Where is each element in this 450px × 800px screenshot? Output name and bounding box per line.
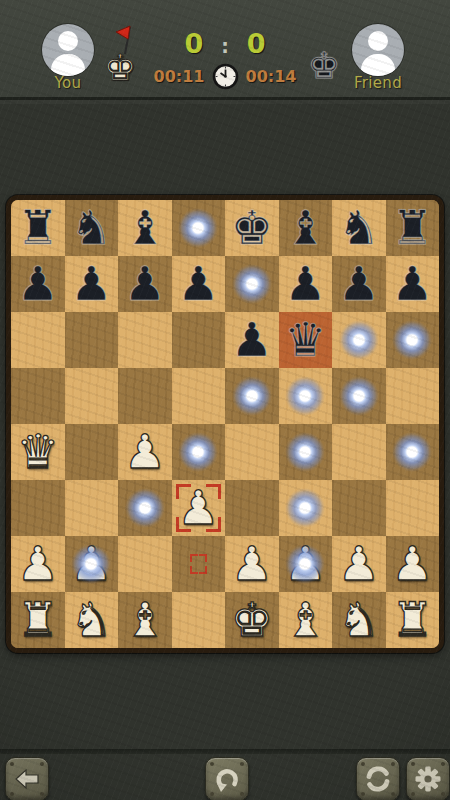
piece-wb-f1[interactable]: ♝ [279,592,333,648]
square-g2[interactable]: ♟ [332,536,386,592]
piece-wr-h1[interactable]: ♜ [386,592,440,648]
move-hint-glow[interactable] [232,376,272,416]
square-g3[interactable] [332,480,386,536]
avatar[interactable] [352,24,404,76]
square-a6[interactable] [11,312,65,368]
square-g6[interactable] [332,312,386,368]
square-b4[interactable] [65,424,119,480]
square-f4[interactable] [279,424,333,480]
square-b6[interactable] [65,312,119,368]
last-move-to-marker [176,484,222,532]
timers: 00:11 00:14 [145,61,305,91]
avatar-shoulders [361,54,395,76]
square-h3[interactable] [386,480,440,536]
piece-bq-f6[interactable]: ♛ [279,312,333,368]
square-e5[interactable] [225,368,279,424]
move-hint-glow[interactable] [285,432,325,472]
piece-bp-f7[interactable]: ♟ [279,256,333,312]
square-g1[interactable]: ♞ [332,592,386,648]
timer-you: 00:11 [154,67,205,86]
square-g8[interactable]: ♞ [332,200,386,256]
piece-wp-g2[interactable]: ♟ [332,536,386,592]
square-b8[interactable]: ♞ [65,200,119,256]
square-a7[interactable]: ♟ [11,256,65,312]
square-f2[interactable]: ♟ [279,536,333,592]
back-arrow-icon [13,765,41,793]
score: 0 : 0 [145,28,305,59]
undo-button[interactable] [205,757,249,800]
square-e1[interactable]: ♚ [225,592,279,648]
piece-wp-a2[interactable]: ♟ [11,536,65,592]
square-g5[interactable] [332,368,386,424]
player-name-friend: Friend [338,74,418,92]
square-c5[interactable] [118,368,172,424]
move-hint-glow[interactable] [339,376,379,416]
square-a1[interactable]: ♜ [11,592,65,648]
square-d2[interactable] [172,536,226,592]
square-c6[interactable] [118,312,172,368]
piece-bp-g7[interactable]: ♟ [332,256,386,312]
square-a8[interactable]: ♜ [11,200,65,256]
move-hint-glow[interactable] [178,432,218,472]
rotate-icon [364,765,392,793]
square-a2[interactable]: ♟ [11,536,65,592]
square-f3[interactable] [279,480,333,536]
piece-br-h8[interactable]: ♜ [386,200,440,256]
avatar-head [368,31,388,51]
piece-wp-c4[interactable]: ♟ [118,424,172,480]
black-king-icon: ♚ [308,48,340,84]
square-d6[interactable] [172,312,226,368]
square-d4[interactable] [172,424,226,480]
square-f5[interactable] [279,368,333,424]
square-d5[interactable] [172,368,226,424]
board-grid: ♜♞♝♚♝♞♜♟♟♟♟♟♟♟♟♛♛♟♟♟♟♟♟♟♟♜♞♝♚♝♞♜ [11,200,439,648]
square-c7[interactable]: ♟ [118,256,172,312]
square-c3[interactable] [118,480,172,536]
piece-bp-d7[interactable]: ♟ [172,256,226,312]
piece-br-a8[interactable]: ♜ [11,200,65,256]
capture-hint-glow[interactable] [285,544,325,584]
avatar-head [58,31,78,51]
square-a3[interactable] [11,480,65,536]
square-c2[interactable] [118,536,172,592]
square-h2[interactable]: ♟ [386,536,440,592]
piece-wq-a4[interactable]: ♛ [11,424,65,480]
square-f6[interactable]: ♛ [279,312,333,368]
piece-bp-c7[interactable]: ♟ [118,256,172,312]
undo-arrow-icon [213,765,241,793]
last-move-from-marker [190,554,208,574]
square-e2[interactable]: ♟ [225,536,279,592]
square-d8[interactable] [172,200,226,256]
square-h5[interactable] [386,368,440,424]
square-b2[interactable]: ♟ [65,536,119,592]
square-e8[interactable]: ♚ [225,200,279,256]
square-e7[interactable] [225,256,279,312]
piece-bn-g8[interactable]: ♞ [332,200,386,256]
move-hint-glow[interactable] [178,208,218,248]
move-hint-glow[interactable] [232,264,272,304]
square-a5[interactable] [11,368,65,424]
rotate-button[interactable] [356,757,400,800]
square-f7[interactable]: ♟ [279,256,333,312]
move-hint-glow[interactable] [125,488,165,528]
chess-board: ♜♞♝♚♝♞♜♟♟♟♟♟♟♟♟♛♛♟♟♟♟♟♟♟♟♜♞♝♚♝♞♜ [6,195,444,653]
piece-bp-a7[interactable]: ♟ [11,256,65,312]
capture-hint-glow[interactable] [71,544,111,584]
square-h8[interactable]: ♜ [386,200,440,256]
square-f1[interactable]: ♝ [279,592,333,648]
top-bar: You ♚ 0 : 0 00:11 00:14 ♚ Friend [0,0,450,100]
white-king-icon: ♚ [104,50,136,86]
piece-wn-g1[interactable]: ♞ [332,592,386,648]
back-button[interactable] [5,757,49,800]
gear-icon [414,765,442,793]
piece-bb-f8[interactable]: ♝ [279,200,333,256]
square-b5[interactable] [65,368,119,424]
square-h4[interactable] [386,424,440,480]
square-e3[interactable] [225,480,279,536]
move-hint-glow[interactable] [285,488,325,528]
square-e4[interactable] [225,424,279,480]
move-hint-glow[interactable] [285,376,325,416]
piece-bp-h7[interactable]: ♟ [386,256,440,312]
settings-button[interactable] [406,757,450,800]
piece-wn-b1[interactable]: ♞ [65,592,119,648]
avatar-shoulders [51,54,85,76]
square-b1[interactable]: ♞ [65,592,119,648]
timer-friend: 00:14 [246,67,297,86]
square-g7[interactable]: ♟ [332,256,386,312]
square-b3[interactable] [65,480,119,536]
piece-bk-e8[interactable]: ♚ [225,200,279,256]
piece-wr-a1[interactable]: ♜ [11,592,65,648]
square-b7[interactable]: ♟ [65,256,119,312]
move-hint-glow[interactable] [392,320,432,360]
square-h1[interactable]: ♜ [386,592,440,648]
piece-bp-e6[interactable]: ♟ [225,312,279,368]
square-d7[interactable]: ♟ [172,256,226,312]
square-e6[interactable]: ♟ [225,312,279,368]
square-a4[interactable]: ♛ [11,424,65,480]
avatar[interactable] [42,24,94,76]
score-separator: : [221,35,229,57]
clock-icon [212,63,239,90]
piece-wp-e2[interactable]: ♟ [225,536,279,592]
square-h6[interactable] [386,312,440,368]
square-f8[interactable]: ♝ [279,200,333,256]
player-name-you: You [28,74,108,92]
score-left: 0 [184,28,203,59]
piece-bb-c8[interactable]: ♝ [118,200,172,256]
move-hint-glow[interactable] [339,320,379,360]
toolbar-divider [0,749,450,754]
score-right: 0 [247,28,266,59]
square-c1[interactable]: ♝ [118,592,172,648]
square-h7[interactable]: ♟ [386,256,440,312]
piece-wp-h2[interactable]: ♟ [386,536,440,592]
square-d1[interactable] [172,592,226,648]
square-c4[interactable]: ♟ [118,424,172,480]
piece-bp-b7[interactable]: ♟ [65,256,119,312]
square-g4[interactable] [332,424,386,480]
piece-wk-e1[interactable]: ♚ [225,592,279,648]
piece-bn-b8[interactable]: ♞ [65,200,119,256]
piece-wb-c1[interactable]: ♝ [118,592,172,648]
square-c8[interactable]: ♝ [118,200,172,256]
move-hint-glow[interactable] [392,432,432,472]
square-d3[interactable]: ♟ [172,480,226,536]
